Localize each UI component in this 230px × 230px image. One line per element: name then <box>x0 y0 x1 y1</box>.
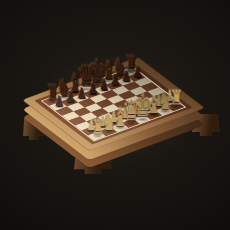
square-a1: ♜ <box>88 131 106 140</box>
black-pawn-d7: ♟ <box>88 81 97 96</box>
black-pawn-b7: ♟ <box>65 90 74 105</box>
black-pawn-c7: ♟ <box>76 86 85 101</box>
black-pawn-a7: ♟ <box>54 94 63 109</box>
chess-set-photo: ♜♞♝♚♛♝♞♜♟♟♟♟♟♟♟♟♟♟♟♟♟♟♟♟♜♞♝♚♛♝♞♜ <box>0 0 230 230</box>
black-pawn-e7: ♟ <box>99 77 108 92</box>
white-rook-a1: ♜ <box>91 118 104 138</box>
black-pawn-g7: ♟ <box>121 69 130 84</box>
black-pawn-h7: ♟ <box>132 65 141 80</box>
black-pawn-f7: ♟ <box>110 73 119 88</box>
